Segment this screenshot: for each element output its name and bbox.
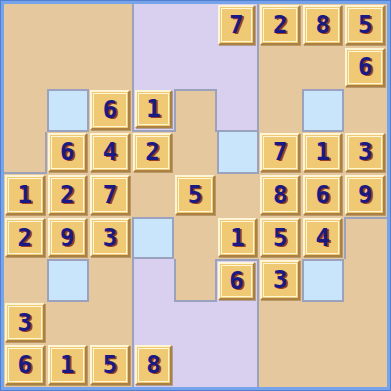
cell-r2c7-highlighted[interactable] (302, 89, 345, 132)
cell-r1c5[interactable] (217, 47, 260, 90)
tile-digit: 7 (273, 140, 287, 164)
number-tile[interactable]: 5 (175, 175, 215, 215)
number-tile[interactable]: 8 (303, 5, 343, 45)
cell-r8c0: 6 (4, 344, 47, 387)
cell-r8c8[interactable] (344, 344, 387, 387)
cell-r8c1: 1 (47, 344, 90, 387)
cell-r1c8: 6 (344, 47, 387, 90)
cell-r3c5-highlighted[interactable] (217, 132, 260, 175)
cell-r0c2[interactable] (89, 4, 132, 47)
cell-r6c2[interactable] (89, 259, 132, 302)
tile-digit: 6 (103, 98, 117, 122)
cell-r5c1: 9 (47, 217, 90, 260)
cell-r0c6: 2 (259, 4, 302, 47)
number-tile[interactable]: 2 (48, 175, 88, 215)
cell-r3c4[interactable] (174, 132, 217, 175)
tile-digit: 8 (273, 183, 287, 207)
cell-r7c4[interactable] (174, 302, 217, 345)
cell-r4c6: 8 (259, 174, 302, 217)
number-tile[interactable]: 3 (345, 133, 385, 173)
cell-r0c7: 8 (302, 4, 345, 47)
cell-r7c0: 3 (4, 302, 47, 345)
tile-digit: 7 (103, 183, 117, 207)
cell-r8c3: 8 (132, 344, 175, 387)
tile-digit: 4 (103, 140, 117, 164)
tile-digit: 4 (315, 226, 329, 250)
tile-digit: 2 (60, 183, 74, 207)
number-tile[interactable]: 3 (260, 260, 300, 300)
number-tile[interactable]: 2 (133, 133, 173, 173)
cell-r1c2[interactable] (89, 47, 132, 90)
cell-r1c3[interactable] (132, 47, 175, 90)
number-tile[interactable]: 4 (303, 218, 343, 258)
cell-r2c4[interactable] (174, 89, 217, 132)
cell-r7c6[interactable] (259, 302, 302, 345)
sudoku-board: 728566164271312758692931546336158 (0, 0, 391, 391)
cell-r4c3[interactable] (132, 174, 175, 217)
cell-r7c7[interactable] (302, 302, 345, 345)
tile-digit: 2 (273, 13, 287, 37)
cell-r3c8: 3 (344, 132, 387, 175)
cell-r6c3[interactable] (132, 259, 175, 302)
number-tile[interactable]: 9 (48, 218, 88, 258)
number-tile[interactable]: 2 (5, 218, 45, 258)
cell-r8c5[interactable] (217, 344, 260, 387)
tile-digit: 3 (18, 311, 32, 335)
number-tile[interactable]: 7 (90, 175, 130, 215)
cell-r4c7: 6 (302, 174, 345, 217)
cell-r3c1: 6 (47, 132, 90, 175)
cell-r3c2: 4 (89, 132, 132, 175)
cell-r4c1: 2 (47, 174, 90, 217)
tile-digit: 1 (18, 183, 32, 207)
cell-r7c2[interactable] (89, 302, 132, 345)
cell-r2c3: 1 (132, 89, 175, 132)
cell-r4c2: 7 (89, 174, 132, 217)
number-tile[interactable]: 5 (345, 5, 385, 45)
tile-digit: 8 (146, 353, 160, 377)
number-tile[interactable]: 6 (48, 133, 88, 173)
tile-digit: 6 (18, 353, 32, 377)
cell-r6c1-highlighted[interactable] (47, 259, 90, 302)
cell-r1c7[interactable] (302, 47, 345, 90)
cell-r4c0: 1 (4, 174, 47, 217)
cell-r7c8[interactable] (344, 302, 387, 345)
number-tile[interactable]: 6 (345, 48, 385, 88)
number-tile[interactable]: 6 (90, 90, 130, 130)
cell-r8c6[interactable] (259, 344, 302, 387)
number-tile[interactable]: 1 (218, 218, 258, 258)
tile-digit: 1 (315, 140, 329, 164)
number-tile[interactable]: 1 (135, 90, 173, 128)
cell-r0c0[interactable] (4, 4, 47, 47)
cell-r3c7: 1 (302, 132, 345, 175)
cell-r6c4[interactable] (174, 259, 217, 302)
number-tile[interactable]: 7 (218, 5, 256, 45)
cell-r2c8[interactable] (344, 89, 387, 132)
tile-digit: 1 (60, 353, 74, 377)
cell-r7c3[interactable] (132, 302, 175, 345)
cell-r8c7[interactable] (302, 344, 345, 387)
cell-r5c6: 5 (259, 217, 302, 260)
number-tile[interactable]: 1 (303, 133, 343, 173)
cell-r2c0[interactable] (4, 89, 47, 132)
number-tile[interactable]: 6 (303, 175, 343, 215)
number-tile[interactable]: 9 (345, 175, 385, 215)
cell-r2c6[interactable] (259, 89, 302, 132)
cell-r2c1-highlighted[interactable] (47, 89, 90, 132)
cell-r6c7-highlighted[interactable] (302, 259, 345, 302)
tile-digit: 9 (358, 183, 372, 207)
tile-digit: 6 (358, 55, 372, 79)
tile-digit: 5 (103, 353, 117, 377)
number-tile[interactable]: 1 (48, 345, 88, 385)
number-tile[interactable]: 5 (260, 218, 300, 258)
cell-r3c0[interactable] (4, 132, 47, 175)
cell-r6c0[interactable] (4, 259, 47, 302)
number-tile[interactable]: 3 (5, 303, 45, 343)
tile-digit: 6 (229, 269, 243, 293)
cell-r1c6[interactable] (259, 47, 302, 90)
tile-digit: 1 (146, 97, 160, 121)
tile-digit: 3 (103, 226, 117, 250)
tile-digit: 3 (358, 140, 372, 164)
tile-digit: 2 (145, 140, 159, 164)
tile-digit: 7 (229, 13, 243, 37)
cell-r6c8[interactable] (344, 259, 387, 302)
tile-digit: 6 (60, 140, 74, 164)
cell-r7c5[interactable] (217, 302, 260, 345)
number-tile[interactable]: 6 (5, 345, 45, 385)
cell-r5c2: 3 (89, 217, 132, 260)
cell-r0c1[interactable] (47, 4, 90, 47)
tile-digit: 5 (273, 226, 287, 250)
tile-digit: 1 (230, 226, 244, 250)
cell-r2c5[interactable] (217, 89, 260, 132)
cell-r5c3-highlighted[interactable] (132, 217, 175, 260)
cell-r0c4[interactable] (174, 4, 217, 47)
number-tile[interactable]: 5 (90, 345, 130, 385)
cell-r6c5: 6 (217, 259, 260, 302)
tile-digit: 8 (315, 13, 329, 37)
number-tile[interactable]: 4 (90, 133, 130, 173)
tile-digit: 5 (188, 183, 202, 207)
cell-r5c7: 4 (302, 217, 345, 260)
number-tile[interactable]: 6 (218, 262, 256, 300)
cell-r1c1[interactable] (47, 47, 90, 90)
cell-r0c3[interactable] (132, 4, 175, 47)
cell-r4c4: 5 (174, 174, 217, 217)
cell-r3c6: 7 (259, 132, 302, 175)
cell-r5c5: 1 (217, 217, 260, 260)
tile-digit: 6 (315, 183, 329, 207)
cell-r4c5[interactable] (217, 174, 260, 217)
cell-r5c8[interactable] (344, 217, 387, 260)
cell-r8c4[interactable] (174, 344, 217, 387)
cell-r5c4[interactable] (174, 217, 217, 260)
cell-r8c2: 5 (89, 344, 132, 387)
cell-r1c4[interactable] (174, 47, 217, 90)
cell-r1c0[interactable] (4, 47, 47, 90)
number-tile[interactable]: 7 (260, 133, 300, 173)
tile-digit: 9 (60, 226, 74, 250)
cell-r0c8: 5 (344, 4, 387, 47)
tile-digit: 2 (18, 226, 32, 250)
cell-r4c8: 9 (344, 174, 387, 217)
tile-digit: 3 (273, 268, 287, 292)
cell-r0c5: 7 (217, 4, 260, 47)
cell-r6c6: 3 (259, 259, 302, 302)
cell-r7c1[interactable] (47, 302, 90, 345)
number-tile[interactable]: 3 (90, 218, 130, 258)
cell-r5c0: 2 (4, 217, 47, 260)
number-tile[interactable]: 1 (5, 175, 45, 215)
cell-r2c2: 6 (89, 89, 132, 132)
cell-r3c3: 2 (132, 132, 175, 175)
number-tile[interactable]: 2 (260, 5, 300, 45)
number-tile[interactable]: 8 (260, 175, 300, 215)
number-tile[interactable]: 8 (135, 345, 173, 385)
tile-digit: 5 (358, 13, 372, 37)
